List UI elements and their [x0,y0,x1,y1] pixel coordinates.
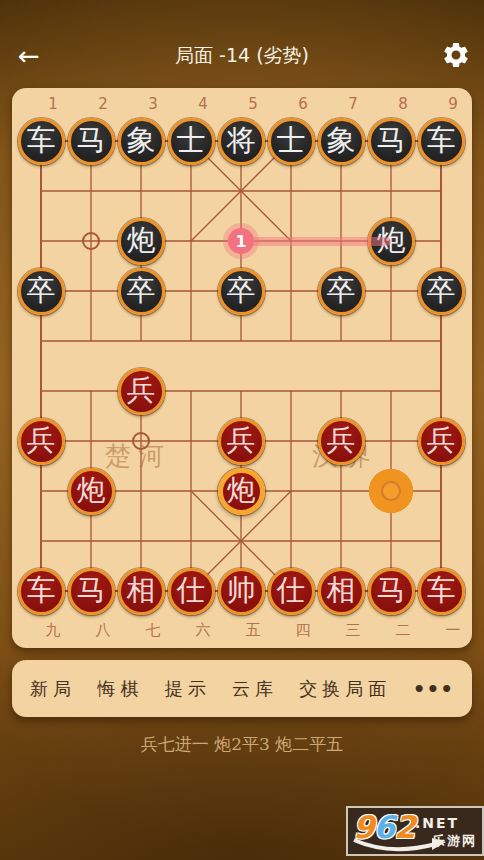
top-bar: ← 局面 -14 (劣势) [0,30,484,82]
piece-black-士[interactable]: 士 [268,118,315,165]
file-label: 6 [288,95,318,113]
file-label: 9 [438,95,468,113]
file-label: 1 [38,95,68,113]
piece-red-兵[interactable]: 兵 [418,418,465,465]
piece-red-车[interactable]: 车 [418,568,465,615]
piece-red-兵[interactable]: 兵 [318,418,365,465]
hint-button[interactable]: 提示 [165,677,211,701]
piece-black-马[interactable]: 马 [368,118,415,165]
last-move-origin-marker [369,469,413,513]
piece-black-卒[interactable]: 卒 [218,268,265,315]
board-grid [12,88,472,648]
watermark-site-name: 乐游网 [432,832,477,850]
file-label: 8 [388,95,418,113]
board-point-ring [82,232,100,250]
hint-move-badge: 1 [228,228,254,254]
more-options-button[interactable]: ••• [413,677,454,701]
gear-icon [441,40,471,70]
piece-red-马[interactable]: 马 [368,568,415,615]
piece-red-仕[interactable]: 仕 [168,568,215,615]
file-label: 四 [288,621,318,640]
file-label: 三 [338,621,368,640]
piece-black-车[interactable]: 车 [18,118,65,165]
file-label: 二 [388,621,418,640]
piece-red-车[interactable]: 车 [18,568,65,615]
file-label: 2 [88,95,118,113]
file-label: 一 [438,621,468,640]
piece-red-马[interactable]: 马 [68,568,115,615]
piece-black-象[interactable]: 象 [118,118,165,165]
piece-red-帅[interactable]: 帅 [218,568,265,615]
swap-position-button[interactable]: 交换局面 [299,677,391,701]
piece-black-将[interactable]: 将 [218,118,265,165]
piece-red-兵[interactable]: 兵 [218,418,265,465]
action-bar: 新局 悔棋 提示 云库 交换局面 ••• [12,660,472,717]
piece-black-卒[interactable]: 卒 [418,268,465,315]
file-label: 六 [188,621,218,640]
piece-red-兵[interactable]: 兵 [18,418,65,465]
piece-black-士[interactable]: 士 [168,118,215,165]
new-game-button[interactable]: 新局 [30,677,76,701]
watermark-962net: 962 .NET 乐游网 [346,806,484,856]
cloud-library-button[interactable]: 云库 [232,677,278,701]
watermark-domain: .NET [415,815,459,831]
file-label: 5 [238,95,268,113]
hint-move-line [241,237,391,246]
piece-black-卒[interactable]: 卒 [18,268,65,315]
file-label: 五 [238,621,268,640]
piece-black-车[interactable]: 车 [418,118,465,165]
file-label: 4 [188,95,218,113]
back-button[interactable]: ← [12,39,46,73]
arrow-left-icon: ← [18,41,40,71]
file-label: 八 [88,621,118,640]
piece-black-炮[interactable]: 炮 [118,218,165,265]
file-label: 7 [338,95,368,113]
page-title: 局面 -14 (劣势) [0,43,484,69]
piece-red-炮[interactable]: 炮 [218,468,265,515]
file-label: 3 [138,95,168,113]
piece-black-马[interactable]: 马 [68,118,115,165]
undo-move-button[interactable]: 悔棋 [97,677,143,701]
xiangqi-board[interactable]: 1 2 3 4 5 6 7 8 9 九 八 七 六 五 四 三 二 一 楚河 汉… [12,88,472,648]
piece-black-象[interactable]: 象 [318,118,365,165]
piece-black-卒[interactable]: 卒 [118,268,165,315]
piece-black-卒[interactable]: 卒 [318,268,365,315]
piece-red-仕[interactable]: 仕 [268,568,315,615]
file-label: 七 [138,621,168,640]
xiangqi-app: { "game": "xiangqi", "app": { "title": "… [0,0,484,860]
piece-red-相[interactable]: 相 [318,568,365,615]
piece-red-兵[interactable]: 兵 [118,368,165,415]
board-point-ring [132,432,150,450]
piece-red-炮[interactable]: 炮 [68,468,115,515]
settings-button[interactable] [441,40,471,70]
piece-red-相[interactable]: 相 [118,568,165,615]
file-label: 九 [38,621,68,640]
move-history: 兵七进一 炮2平3 炮二平五 [0,733,484,756]
